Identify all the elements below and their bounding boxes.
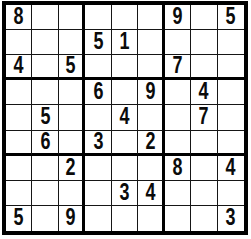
cell-r2c4[interactable]: 5 <box>85 30 111 55</box>
cell-r7c6[interactable] <box>138 156 164 181</box>
cell-r4c7[interactable] <box>165 80 191 105</box>
cell-r5c2[interactable]: 5 <box>32 105 58 130</box>
cell-r8c4[interactable] <box>85 181 111 206</box>
cell-r3c7[interactable]: 7 <box>165 55 191 80</box>
digit: 4 <box>14 55 24 78</box>
cell-r9c1[interactable]: 5 <box>6 206 32 231</box>
cell-r5c7[interactable] <box>165 105 191 130</box>
cell-r6c6[interactable]: 2 <box>138 131 164 156</box>
cell-r6c5[interactable] <box>112 131 138 156</box>
digit: 5 <box>14 206 24 230</box>
cell-r2c2[interactable] <box>32 30 58 55</box>
cell-r1c8[interactable] <box>191 5 217 30</box>
cell-r6c1[interactable] <box>6 131 32 156</box>
cell-r7c5[interactable] <box>112 156 138 181</box>
cell-r9c2[interactable] <box>32 206 58 231</box>
digit: 7 <box>199 105 209 129</box>
cell-r9c6[interactable] <box>138 206 164 231</box>
cell-r8c9[interactable] <box>218 181 244 206</box>
digit: 1 <box>120 30 130 54</box>
digit: 4 <box>199 80 209 104</box>
cell-r1c1[interactable]: 8 <box>6 5 32 30</box>
cell-r3c9[interactable] <box>218 55 244 80</box>
cell-r5c6[interactable] <box>138 105 164 130</box>
cell-r6c3[interactable] <box>59 131 85 156</box>
cell-r2c8[interactable] <box>191 30 217 55</box>
cell-r4c6[interactable]: 9 <box>138 80 164 105</box>
digit: 5 <box>66 55 76 78</box>
digit: 8 <box>172 156 182 180</box>
cell-r7c7[interactable]: 8 <box>165 156 191 181</box>
digit: 6 <box>40 131 50 154</box>
cell-r1c4[interactable] <box>85 5 111 30</box>
cell-r3c6[interactable] <box>138 55 164 80</box>
cell-r5c5[interactable]: 4 <box>112 105 138 130</box>
cell-r6c9[interactable] <box>218 131 244 156</box>
cell-r2c5[interactable]: 1 <box>112 30 138 55</box>
cell-r8c6[interactable]: 4 <box>138 181 164 206</box>
cell-r6c2[interactable]: 6 <box>32 131 58 156</box>
digit: 2 <box>66 156 76 180</box>
cell-r2c6[interactable] <box>138 30 164 55</box>
digit: 9 <box>145 80 155 104</box>
cell-r6c7[interactable] <box>165 131 191 156</box>
digit: 5 <box>226 5 236 29</box>
cell-r4c9[interactable] <box>218 80 244 105</box>
cell-r7c8[interactable] <box>191 156 217 181</box>
cell-r4c5[interactable] <box>112 80 138 105</box>
digit: 4 <box>145 181 155 205</box>
cell-r1c2[interactable] <box>32 5 58 30</box>
digit: 8 <box>14 5 24 29</box>
cell-r3c5[interactable] <box>112 55 138 80</box>
cell-r5c1[interactable] <box>6 105 32 130</box>
cell-r3c1[interactable]: 4 <box>6 55 32 80</box>
cell-r8c2[interactable] <box>32 181 58 206</box>
cell-r3c8[interactable] <box>191 55 217 80</box>
cell-r1c9[interactable]: 5 <box>218 5 244 30</box>
cell-r1c7[interactable]: 9 <box>165 5 191 30</box>
cell-r3c4[interactable] <box>85 55 111 80</box>
cell-r3c3[interactable]: 5 <box>59 55 85 80</box>
cell-r1c3[interactable] <box>59 5 85 30</box>
cell-r9c5[interactable] <box>112 206 138 231</box>
cell-r4c2[interactable] <box>32 80 58 105</box>
cell-r8c7[interactable] <box>165 181 191 206</box>
digit: 4 <box>120 105 130 129</box>
cell-r2c7[interactable] <box>165 30 191 55</box>
cell-r8c5[interactable]: 3 <box>112 181 138 206</box>
cell-r6c8[interactable] <box>191 131 217 156</box>
digit: 9 <box>66 206 76 230</box>
cell-r5c9[interactable] <box>218 105 244 130</box>
cell-r2c3[interactable] <box>59 30 85 55</box>
cell-r9c7[interactable] <box>165 206 191 231</box>
cell-r8c1[interactable] <box>6 181 32 206</box>
cell-r1c5[interactable] <box>112 5 138 30</box>
cell-r7c3[interactable]: 2 <box>59 156 85 181</box>
digit: 4 <box>226 156 236 180</box>
cell-r5c8[interactable]: 7 <box>191 105 217 130</box>
cell-r4c8[interactable]: 4 <box>191 80 217 105</box>
page: 8955145769454763228434593 <box>0 0 251 239</box>
digit: 7 <box>172 55 182 78</box>
cell-r9c3[interactable]: 9 <box>59 206 85 231</box>
cell-r9c8[interactable] <box>191 206 217 231</box>
cell-r3c2[interactable] <box>32 55 58 80</box>
cell-r6c4[interactable]: 3 <box>85 131 111 156</box>
digit: 5 <box>40 105 50 129</box>
cell-r7c1[interactable] <box>6 156 32 181</box>
cell-r9c9[interactable]: 3 <box>218 206 244 231</box>
cell-r5c3[interactable] <box>59 105 85 130</box>
sudoku-board: 8955145769454763228434593 <box>2 1 248 235</box>
cell-r4c1[interactable] <box>6 80 32 105</box>
digit: 6 <box>93 80 103 104</box>
cell-r2c9[interactable] <box>218 30 244 55</box>
cell-r5c4[interactable] <box>85 105 111 130</box>
digit: 9 <box>172 5 182 29</box>
cell-r7c2[interactable] <box>32 156 58 181</box>
cell-r1c6[interactable] <box>138 5 164 30</box>
digit: 3 <box>93 131 103 154</box>
cell-r9c4[interactable] <box>85 206 111 231</box>
cell-r2c1[interactable] <box>6 30 32 55</box>
cell-r8c3[interactable] <box>59 181 85 206</box>
cell-r8c8[interactable] <box>191 181 217 206</box>
digit: 3 <box>226 206 236 230</box>
digit: 3 <box>120 181 130 205</box>
cell-r4c4[interactable]: 6 <box>85 80 111 105</box>
cell-r7c9[interactable]: 4 <box>218 156 244 181</box>
digit: 2 <box>145 131 155 154</box>
cell-r4c3[interactable] <box>59 80 85 105</box>
digit: 5 <box>93 30 103 54</box>
cell-r7c4[interactable] <box>85 156 111 181</box>
